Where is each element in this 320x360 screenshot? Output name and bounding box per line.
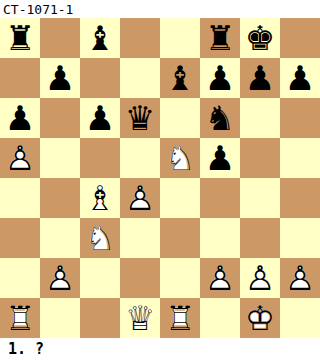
square-c7[interactable] — [80, 58, 120, 98]
square-g3[interactable] — [240, 218, 280, 258]
square-c3[interactable]: ♞♘ — [80, 218, 120, 258]
square-e2[interactable] — [160, 258, 200, 298]
square-g7[interactable]: ♟ — [240, 58, 280, 98]
square-h8[interactable] — [280, 18, 320, 58]
square-a1[interactable]: ♜♖ — [0, 298, 40, 338]
square-a3[interactable] — [0, 218, 40, 258]
piece-white-bishop: ♗ — [80, 178, 120, 218]
square-b7[interactable]: ♟ — [40, 58, 80, 98]
square-d5[interactable] — [120, 138, 160, 178]
square-d2[interactable] — [120, 258, 160, 298]
square-a2[interactable] — [0, 258, 40, 298]
square-e8[interactable] — [160, 18, 200, 58]
piece-black-pawn: ♟ — [0, 98, 40, 138]
square-e7[interactable]: ♝ — [160, 58, 200, 98]
piece-white-pawn: ♙ — [200, 258, 240, 298]
square-d7[interactable] — [120, 58, 160, 98]
square-e3[interactable] — [160, 218, 200, 258]
square-f5[interactable]: ♟ — [200, 138, 240, 178]
piece-black-pawn: ♟ — [40, 58, 80, 98]
piece-black-pawn: ♟ — [80, 98, 120, 138]
square-f7[interactable]: ♟ — [200, 58, 240, 98]
square-g2[interactable]: ♟♙ — [240, 258, 280, 298]
square-c8[interactable]: ♝ — [80, 18, 120, 58]
square-f1[interactable] — [200, 298, 240, 338]
piece-black-pawn: ♟ — [280, 58, 320, 98]
piece-white-pawn: ♙ — [0, 138, 40, 178]
square-d3[interactable] — [120, 218, 160, 258]
square-c2[interactable] — [80, 258, 120, 298]
puzzle-title: CT-1071-1 — [0, 0, 320, 18]
square-d6[interactable]: ♛ — [120, 98, 160, 138]
piece-white-pawn: ♙ — [40, 258, 80, 298]
piece-white-king: ♔ — [240, 298, 280, 338]
piece-white-pawn: ♙ — [120, 178, 160, 218]
piece-white-knight: ♘ — [80, 218, 120, 258]
piece-black-rook: ♜ — [200, 18, 240, 58]
piece-black-knight: ♞ — [200, 98, 240, 138]
square-f6[interactable]: ♞ — [200, 98, 240, 138]
square-g4[interactable] — [240, 178, 280, 218]
square-e4[interactable] — [160, 178, 200, 218]
move-prompt: 1. ? — [0, 338, 320, 360]
square-h7[interactable]: ♟ — [280, 58, 320, 98]
square-h1[interactable] — [280, 298, 320, 338]
piece-white-queen: ♕ — [120, 298, 160, 338]
piece-black-king: ♚ — [240, 18, 280, 58]
piece-black-pawn: ♟ — [240, 58, 280, 98]
square-h6[interactable] — [280, 98, 320, 138]
piece-black-bishop: ♝ — [80, 18, 120, 58]
chess-board: ♜♝♜♚♟♝♟♟♟♟♟♛♞♟♙♞♘♟♝♗♟♙♞♘♟♙♟♙♟♙♟♙♜♖♛♕♜♖♚♔ — [0, 18, 320, 338]
piece-white-rook: ♖ — [0, 298, 40, 338]
piece-black-bishop: ♝ — [160, 58, 200, 98]
square-d8[interactable] — [120, 18, 160, 58]
square-f8[interactable]: ♜ — [200, 18, 240, 58]
piece-black-rook: ♜ — [0, 18, 40, 58]
square-a8[interactable]: ♜ — [0, 18, 40, 58]
square-b3[interactable] — [40, 218, 80, 258]
square-b8[interactable] — [40, 18, 80, 58]
square-c6[interactable]: ♟ — [80, 98, 120, 138]
square-a4[interactable] — [0, 178, 40, 218]
piece-black-pawn: ♟ — [200, 58, 240, 98]
square-b6[interactable] — [40, 98, 80, 138]
square-f3[interactable] — [200, 218, 240, 258]
square-b4[interactable] — [40, 178, 80, 218]
square-c1[interactable] — [80, 298, 120, 338]
square-c4[interactable]: ♝♗ — [80, 178, 120, 218]
square-h4[interactable] — [280, 178, 320, 218]
square-b5[interactable] — [40, 138, 80, 178]
piece-white-pawn: ♙ — [240, 258, 280, 298]
piece-white-knight: ♘ — [160, 138, 200, 178]
square-g1[interactable]: ♚♔ — [240, 298, 280, 338]
piece-white-rook: ♖ — [160, 298, 200, 338]
square-g6[interactable] — [240, 98, 280, 138]
square-e1[interactable]: ♜♖ — [160, 298, 200, 338]
square-a6[interactable]: ♟ — [0, 98, 40, 138]
square-d4[interactable]: ♟♙ — [120, 178, 160, 218]
square-g5[interactable] — [240, 138, 280, 178]
square-d1[interactable]: ♛♕ — [120, 298, 160, 338]
square-h5[interactable] — [280, 138, 320, 178]
square-f2[interactable]: ♟♙ — [200, 258, 240, 298]
square-b2[interactable]: ♟♙ — [40, 258, 80, 298]
square-g8[interactable]: ♚ — [240, 18, 280, 58]
square-e5[interactable]: ♞♘ — [160, 138, 200, 178]
square-h2[interactable]: ♟♙ — [280, 258, 320, 298]
piece-white-pawn: ♙ — [280, 258, 320, 298]
square-h3[interactable] — [280, 218, 320, 258]
square-a5[interactable]: ♟♙ — [0, 138, 40, 178]
piece-black-queen: ♛ — [120, 98, 160, 138]
square-b1[interactable] — [40, 298, 80, 338]
square-a7[interactable] — [0, 58, 40, 98]
square-e6[interactable] — [160, 98, 200, 138]
square-c5[interactable] — [80, 138, 120, 178]
square-f4[interactable] — [200, 178, 240, 218]
piece-black-pawn: ♟ — [200, 138, 240, 178]
